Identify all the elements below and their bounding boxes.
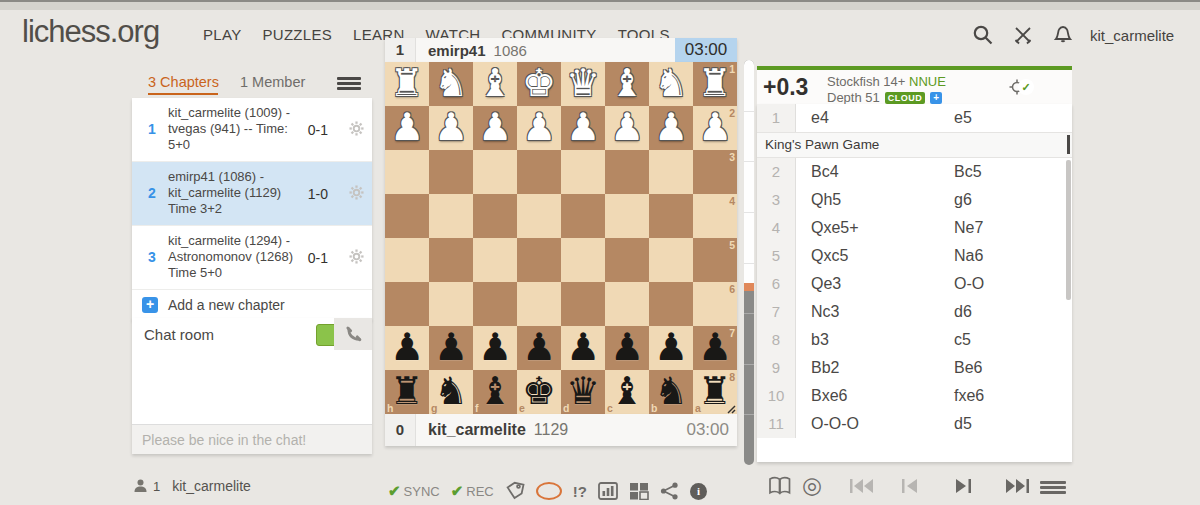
move-number: 10 (757, 382, 796, 410)
black-pawn[interactable]: ♟ (385, 324, 429, 368)
black-bishop[interactable]: ♝ (473, 368, 517, 412)
square[interactable] (429, 194, 473, 238)
move-number: 2 (757, 158, 796, 186)
file-label: c (607, 402, 613, 414)
square[interactable] (605, 194, 649, 238)
player-top-rating: 1086 (494, 42, 527, 59)
plus-icon: + (142, 297, 158, 313)
chapter-number: 2 (142, 185, 162, 201)
rank-label: 5 (729, 239, 735, 251)
gear-icon[interactable] (349, 185, 364, 200)
square[interactable] (517, 282, 561, 326)
white-bishop[interactable]: ♝ (605, 60, 649, 104)
square[interactable] (649, 238, 693, 282)
engine-depth-line: Depth 51 CLOUD + (827, 90, 942, 105)
white-bishop[interactable]: ♝ (473, 60, 517, 104)
chapter-row-2-selected[interactable]: 2 emirp41 (1086) - kit_carmelite (1129) … (132, 162, 372, 226)
chapter-number: 3 (142, 249, 162, 265)
square[interactable] (561, 150, 605, 194)
chapter-title: kit_carmelite (1294) - Astronomonov (126… (168, 233, 310, 281)
prev-move-button[interactable] (901, 478, 919, 494)
square[interactable] (473, 282, 517, 326)
username-link[interactable]: kit_carmelite (1090, 27, 1174, 44)
white-pawn[interactable]: ♟ (605, 104, 649, 148)
members-line: 1 kit_carmelite (134, 478, 251, 494)
player-bottom-name[interactable]: kit_carmelite (428, 421, 526, 439)
square[interactable]: 5 (693, 238, 737, 282)
move-row: 3Qh5g6 (757, 186, 1072, 214)
chart-icon[interactable] (598, 482, 618, 500)
move-row: 1e4e5 (757, 104, 1072, 132)
square[interactable] (429, 282, 473, 326)
gauge-white-section (744, 60, 754, 283)
square[interactable] (385, 282, 429, 326)
square[interactable]: 3 (693, 150, 737, 194)
white-move[interactable]: Qxe5+ (796, 214, 954, 242)
member-count: 1 (153, 479, 160, 494)
square[interactable]: ♜h (385, 370, 429, 414)
white-pawn[interactable]: ♟ (473, 104, 517, 148)
opening-name-row: King's Pawn Game (757, 132, 1072, 158)
gear-icon[interactable] (349, 121, 364, 136)
nav-play[interactable]: PLAY (203, 26, 241, 43)
white-move[interactable]: Qe3 (796, 270, 954, 298)
file-label: b (651, 402, 657, 414)
gear-icon[interactable] (349, 249, 364, 264)
move-number: 11 (757, 410, 796, 438)
chat-placeholder: Please be nice in the chat! (142, 432, 306, 448)
move-number: 3 (757, 186, 796, 214)
square[interactable]: ♝ (605, 62, 649, 106)
white-pawn[interactable]: ♟ (517, 104, 561, 148)
nnue-label: NNUE (909, 74, 946, 89)
player-bottom-clock: 03:00 (686, 420, 729, 440)
black-move[interactable]: Na6 (954, 242, 1072, 270)
study-menu-icon[interactable] (337, 75, 361, 92)
chapter-result: 0-1 (308, 250, 328, 266)
gauge-tick (744, 414, 754, 415)
glyph-annotation-icon[interactable]: !? (573, 483, 587, 500)
file-label: d (563, 402, 569, 414)
square[interactable]: ♟ (561, 106, 605, 150)
white-pawn[interactable]: ♟ (561, 104, 605, 148)
opening-book-icon[interactable] (768, 476, 792, 496)
white-move[interactable]: e4 (796, 104, 954, 132)
square[interactable] (429, 238, 473, 282)
top-strip (0, 2, 1200, 10)
nav-puzzles[interactable]: PUZZLES (262, 26, 332, 43)
comment-shape-icon[interactable] (536, 482, 562, 500)
chat-header: Chat room (132, 318, 372, 350)
move-row: 8b3c5 (757, 326, 1072, 354)
chat-input[interactable]: Please be nice in the chat! (132, 424, 372, 454)
first-move-button[interactable] (849, 478, 875, 494)
chat-title: Chat room (144, 326, 214, 343)
square[interactable]: ♝c (605, 370, 649, 414)
rank-label: 2 (729, 107, 735, 119)
white-pawn[interactable]: ♟ (385, 104, 429, 148)
white-pawn[interactable]: ♟ (429, 104, 473, 148)
square[interactable] (605, 238, 649, 282)
file-label: f (475, 402, 479, 414)
square[interactable]: ♟ (605, 326, 649, 370)
square[interactable]: ♟ (429, 326, 473, 370)
square[interactable]: ♟ (649, 326, 693, 370)
move-number: 8 (757, 326, 796, 354)
chat-room: Chat room Please be nice in the chat! (132, 318, 372, 454)
board-editor-icon[interactable] (629, 482, 649, 500)
move-row: 11O-O-Od5 (757, 410, 1072, 438)
chapter-number: 1 (142, 121, 162, 137)
move-row: 4Qxe5+Ne7 (757, 214, 1072, 242)
square[interactable]: ♚e (517, 370, 561, 414)
white-rook[interactable]: ♜ (385, 60, 429, 104)
move-row: 7Nc3d6 (757, 298, 1072, 326)
square[interactable]: ♛d (561, 370, 605, 414)
white-move[interactable]: Bc4 (796, 158, 954, 186)
add-engine-line-button[interactable]: + (930, 92, 942, 104)
player-top-name[interactable]: emirp41 (428, 42, 486, 59)
square[interactable] (605, 150, 649, 194)
white-knight[interactable]: ♞ (429, 60, 473, 104)
square[interactable] (649, 282, 693, 326)
black-move[interactable]: Ne7 (954, 214, 1072, 242)
square[interactable]: ♞ (649, 62, 693, 106)
member-name[interactable]: kit_carmelite (172, 478, 251, 494)
black-pawn[interactable]: ♟ (605, 324, 649, 368)
player-bottom-rating: 1129 (534, 421, 568, 439)
player-bottom-result: 0 (385, 414, 416, 446)
square[interactable] (517, 194, 561, 238)
chess-board[interactable]: ♜♞♝♚♛♝♞♜1♟♟♟♟♟♟♟♟23456♟♟♟♟♟♟♟♟7♜h♞g♝f♚e♛… (385, 62, 737, 414)
sync-toggle[interactable]: ✔SYNC (388, 482, 440, 500)
move-row: 9Bb2Be6 (757, 354, 1072, 382)
square[interactable]: ♝f (473, 370, 517, 414)
gauge-tick (744, 313, 754, 314)
analysis-menu-icon[interactable] (1040, 479, 1066, 496)
square[interactable] (649, 194, 693, 238)
gauge-tick (744, 212, 754, 213)
next-move-button[interactable] (954, 478, 972, 494)
white-move[interactable]: b3 (796, 326, 954, 354)
chapter-title: emirp41 (1086) - kit_carmelite (1129) Ti… (168, 169, 310, 217)
square[interactable]: ♟ (385, 326, 429, 370)
search-icon[interactable] (972, 24, 994, 46)
chapter-result: 0-1 (308, 122, 328, 138)
square[interactable]: ♟ (385, 106, 429, 150)
black-move[interactable]: g6 (954, 186, 1072, 214)
square[interactable] (517, 150, 561, 194)
lichess-logo[interactable]: lichess.org (22, 14, 159, 50)
square[interactable]: ♜1 (693, 62, 737, 106)
tag-icon[interactable] (505, 481, 525, 501)
sync-label: SYNC (404, 484, 440, 499)
check-icon: ✔ (388, 482, 401, 500)
file-label: e (519, 402, 525, 414)
engine-label: Stockfish 14+ (827, 74, 905, 89)
board-tools: ✔SYNC ✔REC !? i (388, 478, 707, 504)
black-move[interactable]: e5 (954, 104, 1072, 132)
rank-label: 1 (729, 63, 735, 75)
player-top-clock: 03:00 (675, 38, 737, 62)
white-move[interactable]: Qh5 (796, 186, 954, 214)
move-number: 6 (757, 270, 796, 298)
move-number: 9 (757, 354, 796, 382)
move-row: 10Bxe6fxe6 (757, 382, 1072, 410)
square[interactable]: 4 (693, 194, 737, 238)
gauge-tick (744, 263, 754, 264)
move-list: 1e4e5King's Pawn Game2Bc4Bc53Qh5g64Qxe5+… (757, 104, 1072, 462)
player-bar-top: 1 emirp41 1086 03:00 (385, 38, 737, 62)
white-queen[interactable]: ♛ (561, 60, 605, 104)
square[interactable] (385, 238, 429, 282)
player-top-result: 1 (385, 38, 416, 62)
square[interactable]: ♟ (429, 106, 473, 150)
square[interactable] (561, 194, 605, 238)
square[interactable]: ♚ (517, 62, 561, 106)
board-resize-handle[interactable] (725, 403, 736, 414)
black-move[interactable]: fxe6 (954, 382, 1072, 410)
move-number: 1 (757, 104, 796, 132)
info-icon[interactable]: i (690, 483, 707, 500)
square[interactable]: ♟ (517, 106, 561, 150)
square[interactable]: ♟ (473, 106, 517, 150)
crossed-swords-icon[interactable] (1012, 24, 1034, 46)
white-king[interactable]: ♚ (517, 60, 561, 104)
rank-label: 7 (729, 327, 735, 339)
add-chapter-button[interactable]: + Add a new chapter (132, 290, 372, 320)
square[interactable]: ♞g (429, 370, 473, 414)
square[interactable]: ♟ (649, 106, 693, 150)
chapter-list: 1 kit_carmelite (1009) - tvegas (941) --… (132, 98, 372, 320)
lichess-study-page: lichess.org PLAY PUZZLES LEARN WATCH COM… (0, 0, 1200, 505)
move-row: 5Qxc5Na6 (757, 242, 1072, 270)
engine-header: +0.3 Stockfish 14+ NNUE Depth 51 CLOUD +… (757, 70, 1072, 105)
white-move[interactable]: O-O-O (796, 410, 954, 438)
white-move[interactable]: Bb2 (796, 354, 954, 382)
chapter-title: kit_carmelite (1009) - tvegas (941) -- T… (168, 105, 310, 153)
black-move[interactable]: Be6 (954, 354, 1072, 382)
phone-tab[interactable] (334, 318, 372, 350)
black-pawn[interactable]: ♟ (561, 324, 605, 368)
add-chapter-label: Add a new chapter (168, 297, 285, 313)
square[interactable]: 6 (693, 282, 737, 326)
chapter-row-3[interactable]: 3 kit_carmelite (1294) - Astronomonov (1… (132, 226, 372, 290)
square[interactable] (649, 150, 693, 194)
black-move[interactable]: d6 (954, 298, 1072, 326)
square[interactable]: ♜ (385, 62, 429, 106)
square[interactable]: ♞b (649, 370, 693, 414)
square[interactable] (473, 194, 517, 238)
white-pawn[interactable]: ♟ (649, 104, 693, 148)
square[interactable]: ♟ (605, 106, 649, 150)
square[interactable] (605, 282, 649, 326)
black-pawn[interactable]: ♟ (649, 324, 693, 368)
chapter-result: 1-0 (308, 186, 328, 202)
phone-icon (345, 326, 362, 343)
toggle-check-icon: ✓ (1018, 79, 1034, 95)
square[interactable]: ♟2 (693, 106, 737, 150)
gauge-toggle-icon[interactable]: ◎ (802, 472, 822, 498)
black-pawn[interactable]: ♟ (429, 324, 473, 368)
white-move[interactable]: Bxe6 (796, 382, 954, 410)
black-pawn[interactable]: ♟ (517, 324, 561, 368)
gauge-tick (744, 364, 754, 365)
file-label: a (695, 402, 701, 414)
file-label: h (387, 402, 393, 414)
player-bar-bottom: 0 kit_carmelite 1129 03:00 (385, 414, 737, 446)
black-move[interactable]: O-O (954, 270, 1072, 298)
cloud-badge: CLOUD (885, 92, 926, 104)
square[interactable]: ♟7 (693, 326, 737, 370)
bell-icon[interactable] (1052, 23, 1074, 45)
tab-members[interactable]: 1 Member (240, 74, 305, 90)
move-number: 7 (757, 298, 796, 326)
black-move[interactable]: d5 (954, 410, 1072, 438)
square[interactable] (385, 150, 429, 194)
square[interactable] (429, 150, 473, 194)
square[interactable] (473, 238, 517, 282)
square[interactable]: ♟ (561, 326, 605, 370)
share-icon[interactable] (660, 482, 679, 500)
rec-label: REC (466, 484, 493, 499)
move-number: 4 (757, 214, 796, 242)
tab-underline (148, 93, 218, 95)
gauge-tick (744, 161, 754, 162)
black-pawn[interactable]: ♟ (473, 324, 517, 368)
move-number: 5 (757, 242, 796, 270)
rec-toggle[interactable]: ✔REC (451, 482, 494, 500)
square[interactable]: ♞ (429, 62, 473, 106)
rank-label: 8 (729, 371, 735, 383)
square[interactable]: ♟ (473, 326, 517, 370)
gauge-tick (744, 111, 754, 112)
move-list-scrollbar[interactable] (1066, 160, 1071, 300)
square[interactable] (473, 150, 517, 194)
white-knight[interactable]: ♞ (649, 60, 693, 104)
square[interactable]: ♟ (517, 326, 561, 370)
engine-name: Stockfish 14+ NNUE (827, 74, 946, 89)
chat-messages (132, 350, 372, 424)
move-row: 2Bc4Bc5 (757, 158, 1072, 186)
black-move[interactable]: c5 (954, 326, 1072, 354)
square[interactable] (517, 238, 561, 282)
gauge-eval-marker (744, 283, 754, 291)
check-icon: ✔ (451, 482, 464, 500)
square[interactable]: ♛ (561, 62, 605, 106)
square[interactable] (561, 238, 605, 282)
move-row: 6Qe3O-O (757, 270, 1072, 298)
square[interactable] (561, 282, 605, 326)
file-label: g (431, 402, 437, 414)
person-icon (134, 479, 147, 493)
white-move[interactable]: Nc3 (796, 298, 954, 326)
square[interactable] (385, 194, 429, 238)
rank-label: 6 (729, 283, 735, 295)
depth-label: Depth 51 (827, 90, 880, 105)
last-move-button[interactable] (1004, 478, 1030, 494)
rank-label: 3 (729, 151, 735, 163)
tab-chapters[interactable]: 3 Chapters (148, 74, 219, 90)
eval-gauge (744, 60, 754, 465)
black-move[interactable]: Bc5 (954, 158, 1072, 186)
chapter-row-1[interactable]: 1 kit_carmelite (1009) - tvegas (941) --… (132, 98, 372, 162)
move-cursor (1067, 135, 1070, 154)
square[interactable]: ♝ (473, 62, 517, 106)
white-move[interactable]: Qxc5 (796, 242, 954, 270)
eval-score: +0.3 (763, 74, 808, 101)
rank-label: 4 (729, 195, 735, 207)
